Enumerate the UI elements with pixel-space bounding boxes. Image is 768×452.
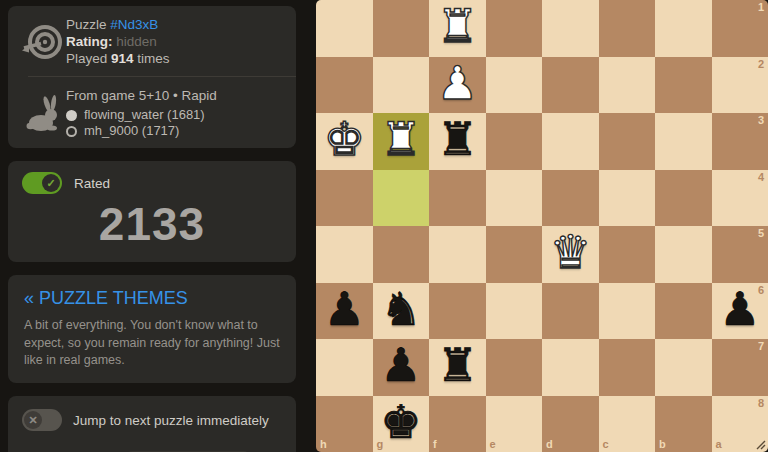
square-d3[interactable] — [542, 113, 599, 170]
square-b1[interactable] — [655, 0, 712, 57]
square-g6[interactable]: ♞ — [373, 283, 430, 340]
cross-icon: ✕ — [24, 411, 42, 429]
game-info-section: From game 5+10 • Rapid flowing_water (16… — [8, 77, 296, 148]
black-rook-f7[interactable]: ♜ — [437, 342, 478, 388]
theme-description: A bit of everything. You don't know what… — [24, 317, 280, 369]
jump-label: Jump to next puzzle immediately — [73, 413, 269, 428]
black-player-link[interactable]: mh_9000 (1717) — [84, 123, 179, 139]
square-d1[interactable] — [542, 0, 599, 57]
square-h7[interactable] — [316, 339, 373, 396]
file-coordinate-g: g — [377, 439, 384, 450]
square-f5[interactable] — [429, 226, 486, 283]
black-player-icon — [66, 126, 77, 137]
square-a1[interactable]: 1 — [712, 0, 768, 57]
square-e7[interactable] — [486, 339, 543, 396]
puzzle-info-box: Puzzle #Nd3xB Rating: hidden Played 914 … — [8, 6, 296, 148]
file-coordinate-h: h — [320, 439, 327, 450]
game-source: From game 5+10 • Rapid — [66, 87, 284, 104]
square-f7[interactable]: ♜ — [429, 339, 486, 396]
rated-toggle[interactable]: ✓ — [22, 172, 62, 194]
board-resize-handle[interactable] — [755, 439, 766, 450]
square-e2[interactable] — [486, 57, 543, 114]
puzzle-page: Puzzle #Nd3xB Rating: hidden Played 914 … — [0, 0, 768, 452]
file-coordinate-f: f — [433, 439, 437, 450]
square-d8[interactable]: d — [542, 396, 599, 452]
white-king-h3[interactable]: ♚ — [324, 116, 365, 162]
square-a2[interactable]: 2 — [712, 57, 768, 114]
square-g4[interactable] — [373, 170, 430, 227]
square-f6[interactable] — [429, 283, 486, 340]
rated-label: Rated — [74, 176, 110, 191]
player-black-row: mh_9000 (1717) — [66, 123, 284, 139]
rank-coordinate-6: 6 — [758, 285, 764, 296]
white-pawn-f2[interactable]: ♟ — [437, 60, 478, 106]
file-coordinate-e: e — [490, 439, 496, 450]
white-player-icon — [66, 110, 77, 121]
square-h2[interactable] — [316, 57, 373, 114]
square-f8[interactable]: f — [429, 396, 486, 452]
rank-coordinate-3: 3 — [758, 115, 764, 126]
black-knight-g6[interactable]: ♞ — [380, 286, 421, 332]
rank-coordinate-1: 1 — [758, 2, 764, 13]
square-c3[interactable] — [599, 113, 656, 170]
white-rook-f1[interactable]: ♜ — [437, 3, 478, 49]
square-g5[interactable] — [373, 226, 430, 283]
rank-coordinate-4: 4 — [758, 172, 764, 183]
puzzle-themes-link[interactable]: « PUZZLE THEMES — [24, 288, 188, 309]
square-f3[interactable]: ♜ — [429, 113, 486, 170]
square-e3[interactable] — [486, 113, 543, 170]
file-coordinate-b: b — [659, 439, 666, 450]
puzzle-played-line: Played 914 times — [66, 50, 284, 67]
square-b8[interactable]: b — [655, 396, 712, 452]
square-b6[interactable] — [655, 283, 712, 340]
white-player-link[interactable]: flowing_water (1681) — [84, 107, 205, 123]
chess-board: ♜1♟2♚♜♜34♛5♟♞♟6♟♜7h♚gfedcb8a — [316, 0, 768, 452]
rabbit-icon — [18, 87, 66, 139]
square-c4[interactable] — [599, 170, 656, 227]
square-e4[interactable] — [486, 170, 543, 227]
rated-box: ✓ Rated 2133 — [8, 161, 296, 262]
square-g2[interactable] — [373, 57, 430, 114]
settings-box: ✕ Jump to next puzzle immediately Diffic… — [8, 396, 296, 452]
square-b7[interactable] — [655, 339, 712, 396]
square-g7[interactable]: ♟ — [373, 339, 430, 396]
square-a8[interactable]: 8a — [712, 396, 768, 452]
white-rook-g3[interactable]: ♜ — [380, 116, 421, 162]
jump-toggle[interactable]: ✕ — [22, 409, 62, 431]
rank-coordinate-2: 2 — [758, 59, 764, 70]
puzzle-title-line: Puzzle #Nd3xB — [66, 16, 284, 33]
square-a6[interactable]: ♟6 — [712, 283, 768, 340]
square-f1[interactable]: ♜ — [429, 0, 486, 57]
file-coordinate-a: a — [716, 439, 722, 450]
black-pawn-h6[interactable]: ♟ — [324, 286, 365, 332]
square-d7[interactable] — [542, 339, 599, 396]
square-d5[interactable]: ♛ — [542, 226, 599, 283]
puzzle-rating-line: Rating: hidden — [66, 33, 284, 50]
square-h1[interactable] — [316, 0, 373, 57]
check-icon: ✓ — [42, 174, 60, 192]
square-h8[interactable]: h — [316, 396, 373, 452]
square-h3[interactable]: ♚ — [316, 113, 373, 170]
square-d4[interactable] — [542, 170, 599, 227]
square-g3[interactable]: ♜ — [373, 113, 430, 170]
themes-box: « PUZZLE THEMES A bit of everything. You… — [8, 275, 296, 383]
square-b2[interactable] — [655, 57, 712, 114]
user-puzzle-rating: 2133 — [22, 200, 282, 248]
rank-coordinate-5: 5 — [758, 228, 764, 239]
square-b5[interactable] — [655, 226, 712, 283]
square-a3[interactable]: 3 — [712, 113, 768, 170]
puzzle-id-link[interactable]: #Nd3xB — [110, 17, 158, 32]
target-dart-icon — [18, 16, 66, 67]
black-king-g8[interactable]: ♚ — [380, 399, 421, 445]
black-pawn-a6[interactable]: ♟ — [719, 286, 760, 332]
square-a7[interactable]: 7 — [712, 339, 768, 396]
white-queen-d5[interactable]: ♛ — [550, 229, 591, 275]
square-c1[interactable] — [599, 0, 656, 57]
file-coordinate-d: d — [546, 439, 553, 450]
square-f4[interactable] — [429, 170, 486, 227]
square-c5[interactable] — [599, 226, 656, 283]
player-white-row: flowing_water (1681) — [66, 107, 284, 123]
square-h5[interactable] — [316, 226, 373, 283]
square-c6[interactable] — [599, 283, 656, 340]
square-f2[interactable]: ♟ — [429, 57, 486, 114]
file-coordinate-c: c — [603, 439, 609, 450]
square-c8[interactable]: c — [599, 396, 656, 452]
square-b4[interactable] — [655, 170, 712, 227]
square-d2[interactable] — [542, 57, 599, 114]
square-c7[interactable] — [599, 339, 656, 396]
square-h4[interactable] — [316, 170, 373, 227]
square-h6[interactable]: ♟ — [316, 283, 373, 340]
square-e8[interactable]: e — [486, 396, 543, 452]
square-b3[interactable] — [655, 113, 712, 170]
rank-coordinate-8: 8 — [758, 398, 764, 409]
puzzle-info-section: Puzzle #Nd3xB Rating: hidden Played 914 … — [8, 6, 296, 76]
sidebar: Puzzle #Nd3xB Rating: hidden Played 914 … — [0, 0, 316, 452]
square-a4[interactable]: 4 — [712, 170, 768, 227]
square-e5[interactable] — [486, 226, 543, 283]
puzzle-info-text: Puzzle #Nd3xB Rating: hidden Played 914 … — [66, 16, 284, 67]
square-c2[interactable] — [599, 57, 656, 114]
square-e6[interactable] — [486, 283, 543, 340]
square-g8[interactable]: ♚g — [373, 396, 430, 452]
rank-coordinate-7: 7 — [758, 341, 764, 352]
black-rook-f3[interactable]: ♜ — [437, 116, 478, 162]
square-d6[interactable] — [542, 283, 599, 340]
square-a5[interactable]: 5 — [712, 226, 768, 283]
board-area: ♜1♟2♚♜♜34♛5♟♞♟6♟♜7h♚gfedcb8a — [316, 0, 768, 452]
square-e1[interactable] — [486, 0, 543, 57]
game-info-text: From game 5+10 • Rapid flowing_water (16… — [66, 87, 284, 139]
square-g1[interactable] — [373, 0, 430, 57]
black-pawn-g7[interactable]: ♟ — [380, 342, 421, 388]
